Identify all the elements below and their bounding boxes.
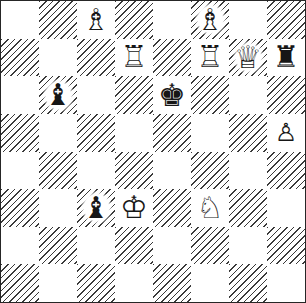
square-a7[interactable] <box>1 39 39 77</box>
piece-black-bishop[interactable]: ♝ <box>80 190 113 225</box>
chess-board: ♗♗♖♖♕♜♝♚♙♝♔♘ <box>0 0 306 303</box>
square-a4[interactable] <box>1 152 39 190</box>
square-c3[interactable]: ♝ <box>77 189 115 227</box>
piece-black-rook[interactable]: ♜ <box>270 40 303 75</box>
square-a6[interactable] <box>1 76 39 114</box>
square-c8[interactable]: ♗ <box>77 1 115 39</box>
square-a5[interactable] <box>1 114 39 152</box>
piece-white-bishop[interactable]: ♗ <box>80 2 113 37</box>
square-d8[interactable] <box>115 1 153 39</box>
square-h3[interactable] <box>267 189 305 227</box>
square-b7[interactable] <box>39 39 77 77</box>
square-f7[interactable]: ♖ <box>191 39 229 77</box>
square-h5[interactable]: ♙ <box>267 114 305 152</box>
square-h1[interactable] <box>267 264 305 302</box>
square-e2[interactable] <box>153 227 191 265</box>
piece-white-pawn[interactable]: ♙ <box>273 119 299 147</box>
piece-white-king[interactable]: ♔ <box>118 190 151 225</box>
piece-white-knight[interactable]: ♘ <box>194 190 227 225</box>
square-c5[interactable] <box>77 114 115 152</box>
square-d3[interactable]: ♔ <box>115 189 153 227</box>
square-e1[interactable] <box>153 264 191 302</box>
square-c4[interactable] <box>77 152 115 190</box>
square-d4[interactable] <box>115 152 153 190</box>
square-c2[interactable] <box>77 227 115 265</box>
square-g4[interactable] <box>229 152 267 190</box>
square-e4[interactable] <box>153 152 191 190</box>
square-b4[interactable] <box>39 152 77 190</box>
square-a2[interactable] <box>1 227 39 265</box>
square-a3[interactable] <box>1 189 39 227</box>
square-b6[interactable]: ♝ <box>39 76 77 114</box>
square-b3[interactable] <box>39 189 77 227</box>
square-a1[interactable] <box>1 264 39 302</box>
square-h6[interactable] <box>267 76 305 114</box>
square-f6[interactable] <box>191 76 229 114</box>
square-f4[interactable] <box>191 152 229 190</box>
square-d6[interactable] <box>115 76 153 114</box>
piece-black-king[interactable]: ♚ <box>156 78 189 113</box>
square-b2[interactable] <box>39 227 77 265</box>
square-b1[interactable] <box>39 264 77 302</box>
square-h7[interactable]: ♜ <box>267 39 305 77</box>
square-h4[interactable] <box>267 152 305 190</box>
square-g7[interactable]: ♕ <box>229 39 267 77</box>
square-g2[interactable] <box>229 227 267 265</box>
square-g1[interactable] <box>229 264 267 302</box>
square-f5[interactable] <box>191 114 229 152</box>
chess-diagram-page: ♗♗♖♖♕♜♝♚♙♝♔♘ <box>0 0 306 303</box>
square-e5[interactable] <box>153 114 191 152</box>
square-c7[interactable] <box>77 39 115 77</box>
square-c6[interactable] <box>77 76 115 114</box>
piece-black-bishop[interactable]: ♝ <box>42 78 75 113</box>
piece-white-bishop[interactable]: ♗ <box>194 2 227 37</box>
square-h2[interactable] <box>267 227 305 265</box>
square-g6[interactable] <box>229 76 267 114</box>
square-f1[interactable] <box>191 264 229 302</box>
square-c1[interactable] <box>77 264 115 302</box>
square-g8[interactable] <box>229 1 267 39</box>
piece-white-queen[interactable]: ♕ <box>232 40 265 75</box>
square-g3[interactable] <box>229 189 267 227</box>
square-b5[interactable] <box>39 114 77 152</box>
square-d2[interactable] <box>115 227 153 265</box>
square-d1[interactable] <box>115 264 153 302</box>
piece-white-rook[interactable]: ♖ <box>194 40 227 75</box>
square-d7[interactable]: ♖ <box>115 39 153 77</box>
square-e7[interactable] <box>153 39 191 77</box>
piece-white-rook[interactable]: ♖ <box>118 40 151 75</box>
square-e8[interactable] <box>153 1 191 39</box>
square-d5[interactable] <box>115 114 153 152</box>
square-f2[interactable] <box>191 227 229 265</box>
square-f3[interactable]: ♘ <box>191 189 229 227</box>
square-b8[interactable] <box>39 1 77 39</box>
square-e6[interactable]: ♚ <box>153 76 191 114</box>
square-g5[interactable] <box>229 114 267 152</box>
square-f8[interactable]: ♗ <box>191 1 229 39</box>
square-e3[interactable] <box>153 189 191 227</box>
square-h8[interactable] <box>267 1 305 39</box>
square-a8[interactable] <box>1 1 39 39</box>
